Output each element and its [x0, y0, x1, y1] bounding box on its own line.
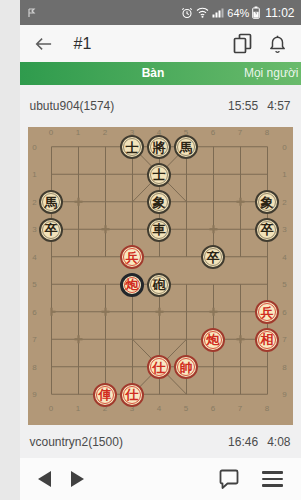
next-move-button[interactable]: [71, 471, 84, 487]
piece-black-horse[interactable]: 馬: [174, 135, 198, 159]
coord-label: 7: [280, 326, 290, 354]
menu-icon[interactable]: [262, 471, 283, 486]
bottom-toolbar: [20, 458, 301, 500]
copy-icon[interactable]: [233, 33, 252, 54]
piece-black-elephant[interactable]: 象: [147, 190, 171, 214]
coord-label: 0: [280, 133, 290, 161]
xiangqi-board[interactable]: 012345678 012345678 0123456789 012345678…: [28, 127, 293, 425]
battery-icon: [252, 6, 260, 19]
prev-move-button[interactable]: [38, 471, 51, 487]
opponent-name: ubutu904(1574): [30, 99, 115, 113]
piece-red-cannon[interactable]: 炮: [120, 273, 144, 297]
tab-bar: Bàn Mọi người: [20, 62, 301, 85]
piece-red-advisor[interactable]: 仕: [120, 383, 144, 407]
piece-red-cannon[interactable]: 炮: [201, 328, 225, 352]
coord-label: 3: [280, 216, 290, 244]
back-icon[interactable]: [34, 36, 52, 52]
player-clock-move: 4:08: [267, 435, 290, 449]
clock-time: 11:02: [265, 6, 294, 20]
piece-red-soldier[interactable]: 兵: [255, 300, 279, 324]
piece-black-elephant[interactable]: 象: [255, 190, 279, 214]
page-title: #1: [74, 35, 92, 53]
coord-label: 1: [280, 161, 290, 189]
board-grid[interactable]: 士將馬士馬象象卒車卒兵卒炮砲兵炮相仕帥俥仕: [38, 133, 281, 408]
coord-label: 8: [280, 353, 290, 381]
player-clock-main: 16:46: [228, 435, 258, 449]
piece-red-soldier[interactable]: 兵: [120, 245, 144, 269]
piece-black-soldier[interactable]: 卒: [255, 218, 279, 242]
piece-red-general[interactable]: 帥: [174, 355, 198, 379]
chat-icon[interactable]: [218, 468, 240, 490]
piece-red-chariot[interactable]: 俥: [93, 383, 117, 407]
opponent-clock-move: 4:57: [267, 99, 290, 113]
piece-black-cannon[interactable]: 砲: [147, 273, 171, 297]
piece-red-advisor[interactable]: 仕: [147, 355, 171, 379]
piece-black-chariot[interactable]: 車: [147, 218, 171, 242]
status-bar: 64% 11:02: [20, 0, 301, 25]
coord-label: 6: [280, 298, 290, 326]
coord-label: 9: [280, 381, 290, 409]
app-window: 64% 11:02 #1: [20, 0, 301, 500]
app-bar: #1: [20, 25, 301, 62]
battery-percent: 64%: [227, 7, 249, 19]
tab-everyone[interactable]: Mọi người: [244, 66, 299, 80]
status-flag-icon: [26, 8, 36, 18]
signal-icon: [212, 7, 224, 18]
alarm-icon: [181, 7, 193, 19]
piece-black-advisor[interactable]: 士: [120, 135, 144, 159]
row-labels-right: 0123456789: [280, 133, 290, 408]
piece-black-general[interactable]: 將: [147, 135, 171, 159]
piece-black-horse[interactable]: 馬: [39, 190, 63, 214]
player-name: vcountryn2(1500): [30, 435, 123, 449]
opponent-row: ubutu904(1574) 15:55 4:57: [20, 85, 301, 127]
piece-black-soldier[interactable]: 卒: [39, 218, 63, 242]
piece-black-advisor[interactable]: 士: [147, 163, 171, 187]
coord-label: 5: [280, 271, 290, 299]
wifi-icon: [196, 7, 209, 18]
opponent-clock-main: 15:55: [228, 99, 258, 113]
piece-black-soldier[interactable]: 卒: [201, 245, 225, 269]
bell-icon[interactable]: [268, 33, 287, 54]
player-row: vcountryn2(1500) 16:46 4:08: [20, 425, 301, 458]
piece-red-elephant[interactable]: 相: [255, 328, 279, 352]
coord-label: 4: [280, 243, 290, 271]
coord-label: 2: [280, 188, 290, 216]
